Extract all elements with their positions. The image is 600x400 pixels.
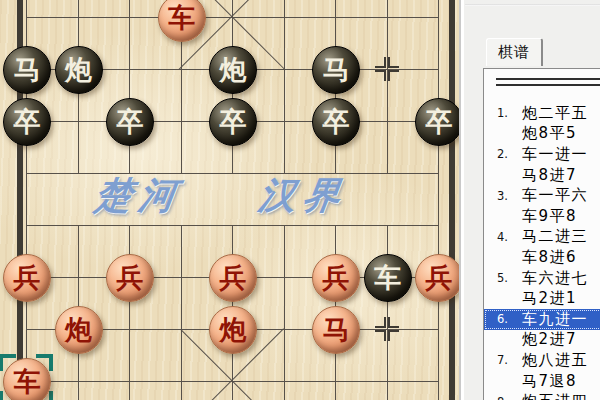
move-row[interactable]: 6.车九进一 <box>484 309 600 330</box>
move-number: 7. <box>486 353 508 367</box>
grid-line <box>26 173 438 174</box>
river-label-left: 楚河 <box>81 174 197 216</box>
move-list[interactable]: 1.炮二平五炮8平52.车一进一马8进73.车一平六车9平84.马二进三车8进6… <box>483 68 600 400</box>
piece-glyph: 炮 <box>65 316 92 343</box>
piece-red[interactable]: 兵 <box>3 254 51 302</box>
piece-red[interactable]: 车 <box>3 358 51 400</box>
piece-black[interactable]: 卒 <box>312 98 360 146</box>
piece-red[interactable]: 兵 <box>106 254 154 302</box>
board[interactable]: 楚河 汉界 车马炮炮马卒卒卒卒卒兵兵兵兵车兵炮炮马车 <box>0 0 459 400</box>
grid-line <box>129 0 130 173</box>
move-number: 5. <box>486 271 508 285</box>
move-row[interactable]: 马2进1 <box>484 288 600 309</box>
grid-line <box>181 225 182 400</box>
move-number: 3. <box>486 189 508 203</box>
move-text: 车9平8 <box>522 207 577 226</box>
move-text: 车一进一 <box>522 145 588 164</box>
piece-black[interactable]: 卒 <box>3 98 51 146</box>
piece-red[interactable]: 马 <box>312 306 360 354</box>
move-row[interactable]: 3.车一平六 <box>484 185 600 206</box>
move-row[interactable]: 马8进7 <box>484 165 600 186</box>
move-list-separator <box>484 78 600 103</box>
tab-move-record[interactable]: 棋谱 <box>486 38 543 66</box>
move-row[interactable]: 8.炮五进四 <box>484 391 600 400</box>
piece-red[interactable]: 炮 <box>55 306 103 354</box>
piece-glyph: 炮 <box>220 56 247 83</box>
grid-line <box>387 0 388 173</box>
move-row[interactable]: 4.马二进三 <box>484 227 600 248</box>
piece-glyph: 马 <box>323 316 350 343</box>
piece-glyph: 卒 <box>220 108 247 135</box>
move-number: 6. <box>486 312 508 326</box>
piece-glyph: 炮 <box>220 316 247 343</box>
piece-black[interactable]: 马 <box>3 46 51 94</box>
piece-glyph: 车 <box>14 368 41 395</box>
piece-glyph: 兵 <box>426 264 453 291</box>
piece-red[interactable]: 兵 <box>209 254 257 302</box>
piece-glyph: 马 <box>14 56 41 83</box>
piece-glyph: 兵 <box>220 264 247 291</box>
move-row[interactable]: 5.车六进七 <box>484 268 600 289</box>
panel-top-divider <box>465 4 600 6</box>
move-row[interactable]: 炮2进7 <box>484 330 600 351</box>
app-window: 楚河 汉界 车马炮炮马卒卒卒卒卒兵兵兵兵车兵炮炮马车 棋谱 1.炮二平五炮8平5… <box>0 0 600 400</box>
move-text: 车8进6 <box>522 248 577 267</box>
move-text: 炮2进7 <box>522 330 577 349</box>
move-text: 炮二平五 <box>522 104 588 123</box>
piece-red[interactable]: 车 <box>158 0 206 42</box>
grid-line <box>26 225 438 226</box>
river-label-right: 汉界 <box>245 174 361 216</box>
grid-line <box>387 225 388 400</box>
grid-line <box>438 0 439 400</box>
move-text: 炮8平5 <box>522 124 577 143</box>
piece-black[interactable]: 车 <box>364 254 412 302</box>
move-text: 马8进7 <box>522 166 577 185</box>
piece-black[interactable]: 炮 <box>55 46 103 94</box>
point-marker <box>375 57 399 81</box>
move-text: 炮五进四 <box>522 392 588 400</box>
piece-glyph: 卒 <box>426 108 453 135</box>
move-number: 8. <box>486 395 508 400</box>
piece-glyph: 卒 <box>323 108 350 135</box>
move-row[interactable]: 车8进6 <box>484 247 600 268</box>
move-number: 4. <box>486 230 508 244</box>
point-marker <box>375 317 399 341</box>
piece-glyph: 兵 <box>117 264 144 291</box>
move-number: 1. <box>486 106 508 120</box>
piece-glyph: 马 <box>323 56 350 83</box>
piece-red[interactable]: 炮 <box>209 306 257 354</box>
move-row[interactable]: 炮8平5 <box>484 124 600 145</box>
grid-line <box>284 225 285 400</box>
move-text: 马2进1 <box>522 289 577 308</box>
move-number: 2. <box>486 147 508 161</box>
move-text: 车六进七 <box>522 269 588 288</box>
grid-line <box>284 0 285 173</box>
move-row[interactable]: 1.炮二平五 <box>484 103 600 124</box>
piece-black[interactable]: 卒 <box>106 98 154 146</box>
move-row[interactable]: 7.炮八进五 <box>484 350 600 371</box>
move-panel: 棋谱 1.炮二平五炮8平52.车一进一马8进73.车一平六车9平84.马二进三车… <box>459 0 600 400</box>
piece-glyph: 车 <box>374 264 401 291</box>
piece-red[interactable]: 兵 <box>312 254 360 302</box>
piece-black[interactable]: 炮 <box>209 46 257 94</box>
panel-edge-highlight <box>461 0 464 400</box>
move-text: 马7退8 <box>522 372 577 391</box>
piece-glyph: 卒 <box>117 108 144 135</box>
piece-black[interactable]: 卒 <box>209 98 257 146</box>
piece-black[interactable]: 马 <box>312 46 360 94</box>
board-border-right <box>449 0 455 400</box>
piece-glyph: 卒 <box>14 108 41 135</box>
piece-black[interactable]: 卒 <box>415 98 459 146</box>
piece-glyph: 兵 <box>14 264 41 291</box>
tab-label: 棋谱 <box>498 43 530 62</box>
move-text: 炮八进五 <box>522 351 588 370</box>
move-text: 车九进一 <box>522 310 588 329</box>
move-text: 马二进三 <box>522 227 588 246</box>
piece-glyph: 炮 <box>65 56 92 83</box>
piece-glyph: 车 <box>168 4 195 31</box>
move-row[interactable]: 马7退8 <box>484 371 600 392</box>
piece-glyph: 兵 <box>323 264 350 291</box>
piece-red[interactable]: 兵 <box>415 254 459 302</box>
move-row[interactable]: 2.车一进一 <box>484 144 600 165</box>
grid-line <box>129 225 130 400</box>
move-row[interactable]: 车9平8 <box>484 206 600 227</box>
move-text: 车一平六 <box>522 186 588 205</box>
